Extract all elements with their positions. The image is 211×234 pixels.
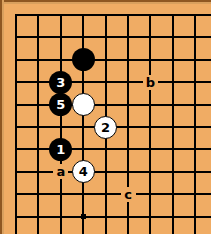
grid-line-vertical bbox=[15, 14, 17, 234]
board-edge-left bbox=[0, 0, 4, 234]
grid-line-vertical bbox=[37, 14, 39, 234]
star-point bbox=[81, 214, 86, 219]
white-stone bbox=[72, 93, 95, 116]
grid-line-horizontal bbox=[15, 171, 211, 173]
point-label-b: b bbox=[143, 75, 158, 90]
grid-line-vertical bbox=[194, 14, 196, 234]
board-edge-top bbox=[0, 0, 211, 4]
grid-line-horizontal bbox=[15, 104, 211, 106]
white-stone-4: 4 bbox=[72, 160, 95, 183]
grid-line-vertical bbox=[82, 14, 84, 234]
white-stone-2: 2 bbox=[94, 116, 117, 139]
grid-line-vertical bbox=[172, 14, 174, 234]
grid-line-horizontal bbox=[15, 81, 211, 83]
grid-line-horizontal bbox=[15, 36, 211, 38]
go-board: abc35214 bbox=[0, 0, 211, 234]
grid-line-vertical bbox=[149, 14, 151, 234]
grid-line-horizontal bbox=[15, 59, 211, 61]
grid-line-horizontal bbox=[15, 216, 211, 218]
black-stone-1: 1 bbox=[49, 138, 72, 161]
point-label-c: c bbox=[121, 187, 136, 202]
grid-line-vertical bbox=[60, 14, 62, 234]
black-stone-3: 3 bbox=[49, 71, 72, 94]
grid-line-horizontal bbox=[15, 14, 211, 16]
grid-line-horizontal bbox=[15, 148, 211, 150]
black-stone bbox=[72, 48, 95, 71]
black-stone-5: 5 bbox=[49, 93, 72, 116]
page: abc35214 bbox=[0, 0, 211, 234]
point-label-a: a bbox=[53, 164, 68, 179]
grid-line-horizontal bbox=[15, 193, 211, 195]
